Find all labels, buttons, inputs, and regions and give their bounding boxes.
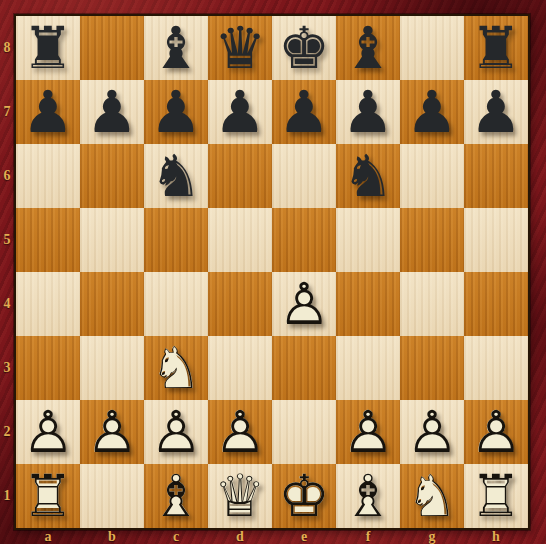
piece-body-glyph: ♟	[208, 81, 272, 144]
square-e3[interactable]	[272, 336, 336, 400]
square-e2[interactable]	[272, 400, 336, 464]
square-d7[interactable]: ♟	[208, 80, 272, 144]
square-b3[interactable]	[80, 336, 144, 400]
square-d5[interactable]	[208, 208, 272, 272]
piece-outline-glyph: ♘	[144, 337, 208, 400]
rank-label-3: 3	[0, 336, 14, 400]
square-b2[interactable]: ♟♙	[80, 400, 144, 464]
square-g6[interactable]	[400, 144, 464, 208]
square-b4[interactable]	[80, 272, 144, 336]
piece-black-pawn[interactable]: ♟	[272, 80, 336, 144]
square-h2[interactable]: ♟♙	[464, 400, 528, 464]
piece-black-bishop[interactable]: ♝	[144, 16, 208, 80]
piece-body-glyph: ♟	[80, 81, 144, 144]
file-label-c: c	[144, 530, 208, 544]
square-e7[interactable]: ♟	[272, 80, 336, 144]
piece-black-pawn[interactable]: ♟	[464, 80, 528, 144]
square-b7[interactable]: ♟	[80, 80, 144, 144]
piece-black-pawn[interactable]: ♟	[80, 80, 144, 144]
piece-outline-glyph: ♙	[144, 401, 208, 464]
piece-body-glyph: ♟	[336, 81, 400, 144]
square-g2[interactable]: ♟♙	[400, 400, 464, 464]
piece-outline-glyph: ♙	[272, 273, 336, 336]
piece-body-glyph: ♟	[272, 81, 336, 144]
piece-white-pawn[interactable]: ♟♙	[336, 400, 400, 464]
piece-outline-glyph: ♙	[336, 401, 400, 464]
piece-body-glyph: ♟	[16, 81, 80, 144]
square-h1[interactable]: ♜♖	[464, 464, 528, 528]
square-e5[interactable]	[272, 208, 336, 272]
square-f5[interactable]	[336, 208, 400, 272]
file-label-e: e	[272, 530, 336, 544]
square-c3[interactable]: ♞♘	[144, 336, 208, 400]
square-h5[interactable]	[464, 208, 528, 272]
square-c2[interactable]: ♟♙	[144, 400, 208, 464]
file-label-f: f	[336, 530, 400, 544]
square-d3[interactable]	[208, 336, 272, 400]
piece-white-pawn[interactable]: ♟♙	[464, 400, 528, 464]
piece-body-glyph: ♜	[464, 17, 528, 80]
piece-body-glyph: ♛	[208, 17, 272, 80]
piece-body-glyph: ♜	[16, 17, 80, 80]
piece-outline-glyph: ♗	[336, 465, 400, 528]
piece-white-pawn[interactable]: ♟♙	[208, 400, 272, 464]
piece-outline-glyph: ♙	[400, 401, 464, 464]
square-a4[interactable]	[16, 272, 80, 336]
piece-outline-glyph: ♙	[464, 401, 528, 464]
square-f3[interactable]	[336, 336, 400, 400]
square-g8[interactable]	[400, 16, 464, 80]
piece-outline-glyph: ♗	[144, 465, 208, 528]
square-b8[interactable]	[80, 16, 144, 80]
file-label-d: d	[208, 530, 272, 544]
piece-white-rook[interactable]: ♜♖	[16, 464, 80, 528]
square-e4[interactable]: ♟♙	[272, 272, 336, 336]
square-e1[interactable]: ♚♔	[272, 464, 336, 528]
piece-black-pawn[interactable]: ♟	[400, 80, 464, 144]
square-a6[interactable]	[16, 144, 80, 208]
piece-white-pawn[interactable]: ♟♙	[16, 400, 80, 464]
piece-body-glyph: ♟	[400, 81, 464, 144]
piece-outline-glyph: ♘	[400, 465, 464, 528]
square-h4[interactable]	[464, 272, 528, 336]
file-label-h: h	[464, 530, 528, 544]
piece-body-glyph: ♟	[464, 81, 528, 144]
square-f7[interactable]: ♟	[336, 80, 400, 144]
square-c7[interactable]: ♟	[144, 80, 208, 144]
square-a5[interactable]	[16, 208, 80, 272]
square-b5[interactable]	[80, 208, 144, 272]
piece-white-pawn[interactable]: ♟♙	[144, 400, 208, 464]
file-label-a: a	[16, 530, 80, 544]
piece-white-king[interactable]: ♚♔	[272, 464, 336, 528]
square-g5[interactable]	[400, 208, 464, 272]
square-a7[interactable]: ♟	[16, 80, 80, 144]
piece-black-pawn[interactable]: ♟	[144, 80, 208, 144]
piece-black-pawn[interactable]: ♟	[208, 80, 272, 144]
piece-outline-glyph: ♙	[208, 401, 272, 464]
square-h3[interactable]	[464, 336, 528, 400]
piece-black-rook[interactable]: ♜	[464, 16, 528, 80]
file-label-g: g	[400, 530, 464, 544]
square-f4[interactable]	[336, 272, 400, 336]
piece-body-glyph: ♚	[272, 17, 336, 80]
rank-label-5: 5	[0, 208, 14, 272]
square-b6[interactable]	[80, 144, 144, 208]
square-d6[interactable]	[208, 144, 272, 208]
square-h6[interactable]	[464, 144, 528, 208]
piece-white-bishop[interactable]: ♝♗	[144, 464, 208, 528]
piece-black-bishop[interactable]: ♝	[336, 16, 400, 80]
piece-white-pawn[interactable]: ♟♙	[272, 272, 336, 336]
square-a8[interactable]: ♜	[16, 16, 80, 80]
piece-black-king[interactable]: ♚	[272, 16, 336, 80]
square-c6[interactable]: ♞	[144, 144, 208, 208]
piece-black-pawn[interactable]: ♟	[336, 80, 400, 144]
square-b1[interactable]	[80, 464, 144, 528]
rank-label-2: 2	[0, 400, 14, 464]
rank-label-1: 1	[0, 464, 14, 528]
piece-outline-glyph: ♖	[464, 465, 528, 528]
piece-outline-glyph: ♙	[16, 401, 80, 464]
square-d4[interactable]	[208, 272, 272, 336]
square-d1[interactable]: ♛♕	[208, 464, 272, 528]
square-f2[interactable]: ♟♙	[336, 400, 400, 464]
chess-board: ♜♝♛♚♝♜♟♟♟♟♟♟♟♟♞♞♟♙♞♘♟♙♟♙♟♙♟♙♟♙♟♙♟♙♜♖♝♗♛♕…	[14, 14, 530, 530]
piece-white-pawn[interactable]: ♟♙	[400, 400, 464, 464]
piece-white-rook[interactable]: ♜♖	[464, 464, 528, 528]
square-c8[interactable]: ♝	[144, 16, 208, 80]
rank-label-6: 6	[0, 144, 14, 208]
piece-body-glyph: ♟	[144, 81, 208, 144]
square-g7[interactable]: ♟	[400, 80, 464, 144]
square-h7[interactable]: ♟	[464, 80, 528, 144]
piece-black-knight[interactable]: ♞	[336, 144, 400, 208]
square-e8[interactable]: ♚	[272, 16, 336, 80]
square-f8[interactable]: ♝	[336, 16, 400, 80]
chess-diagram: ♜♝♛♚♝♜♟♟♟♟♟♟♟♟♞♞♟♙♞♘♟♙♟♙♟♙♟♙♟♙♟♙♟♙♜♖♝♗♛♕…	[0, 0, 546, 544]
piece-black-knight[interactable]: ♞	[144, 144, 208, 208]
piece-white-bishop[interactable]: ♝♗	[336, 464, 400, 528]
square-c1[interactable]: ♝♗	[144, 464, 208, 528]
piece-body-glyph: ♝	[336, 17, 400, 80]
piece-outline-glyph: ♕	[208, 465, 272, 528]
piece-body-glyph: ♞	[336, 145, 400, 208]
square-g3[interactable]	[400, 336, 464, 400]
square-g4[interactable]	[400, 272, 464, 336]
square-a3[interactable]	[16, 336, 80, 400]
square-f1[interactable]: ♝♗	[336, 464, 400, 528]
square-c5[interactable]	[144, 208, 208, 272]
square-d2[interactable]: ♟♙	[208, 400, 272, 464]
piece-outline-glyph: ♔	[272, 465, 336, 528]
piece-white-knight[interactable]: ♞♘	[400, 464, 464, 528]
piece-white-knight[interactable]: ♞♘	[144, 336, 208, 400]
piece-black-pawn[interactable]: ♟	[16, 80, 80, 144]
piece-body-glyph: ♝	[144, 17, 208, 80]
piece-white-queen[interactable]: ♛♕	[208, 464, 272, 528]
file-label-b: b	[80, 530, 144, 544]
square-e6[interactable]	[272, 144, 336, 208]
rank-label-8: 8	[0, 16, 14, 80]
square-a1[interactable]: ♜♖	[16, 464, 80, 528]
piece-black-rook[interactable]: ♜	[16, 16, 80, 80]
piece-body-glyph: ♞	[144, 145, 208, 208]
piece-black-queen[interactable]: ♛	[208, 16, 272, 80]
square-a2[interactable]: ♟♙	[16, 400, 80, 464]
square-g1[interactable]: ♞♘	[400, 464, 464, 528]
square-f6[interactable]: ♞	[336, 144, 400, 208]
square-c4[interactable]	[144, 272, 208, 336]
rank-label-7: 7	[0, 80, 14, 144]
piece-white-pawn[interactable]: ♟♙	[80, 400, 144, 464]
square-h8[interactable]: ♜	[464, 16, 528, 80]
piece-outline-glyph: ♖	[16, 465, 80, 528]
rank-label-4: 4	[0, 272, 14, 336]
square-d8[interactable]: ♛	[208, 16, 272, 80]
piece-outline-glyph: ♙	[80, 401, 144, 464]
